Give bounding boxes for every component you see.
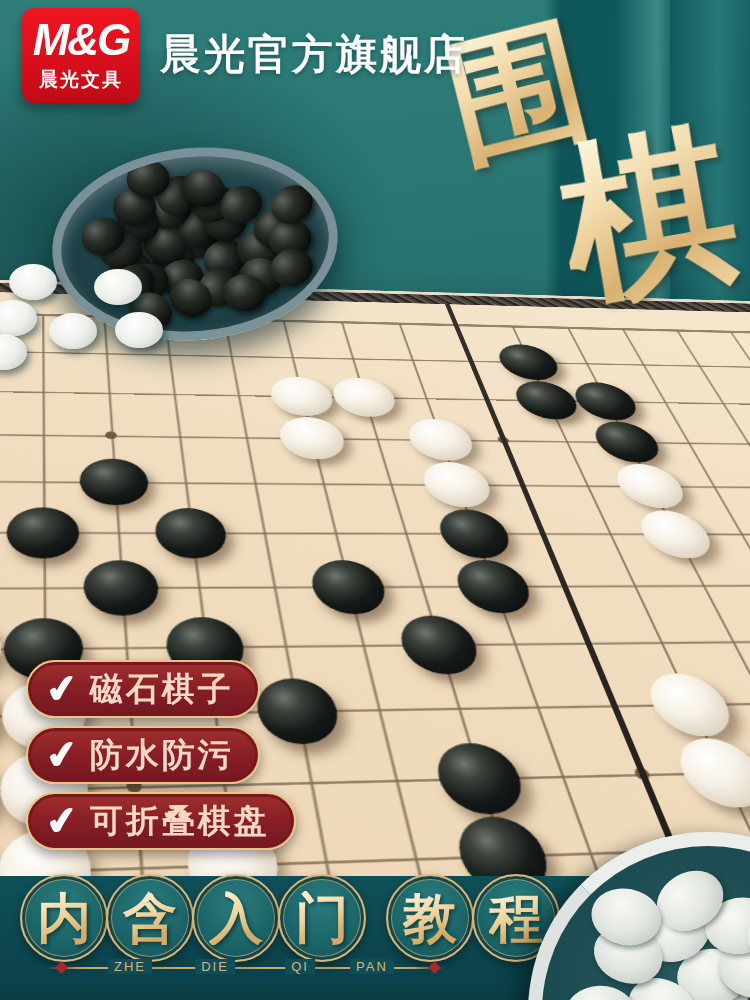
black-go-stone bbox=[306, 560, 390, 614]
white-go-stone bbox=[49, 313, 97, 349]
banner-circle: 入 bbox=[192, 874, 280, 962]
black-go-stone bbox=[154, 508, 231, 558]
white-go-stone bbox=[328, 378, 400, 418]
pinyin-die: DIE bbox=[195, 959, 235, 974]
banner-char: 含 bbox=[123, 891, 177, 945]
white-go-stone bbox=[9, 264, 57, 300]
black-go-stone bbox=[450, 560, 538, 613]
black-go-stone bbox=[433, 509, 517, 558]
pinyin-pan: PAN bbox=[350, 959, 394, 974]
brand-logo: M&G 晨光文具 bbox=[22, 8, 140, 103]
banner-circle: 教 bbox=[386, 874, 474, 962]
black-go-stone bbox=[509, 381, 584, 420]
logo-sub-text: 晨光文具 bbox=[39, 67, 123, 93]
star-point bbox=[105, 432, 117, 440]
banner-circle: 门 bbox=[278, 874, 366, 962]
white-go-stone bbox=[669, 738, 750, 809]
white-go-stone bbox=[632, 510, 720, 558]
white-go-stone bbox=[115, 312, 163, 348]
feature-label: 可折叠棋盘 bbox=[90, 799, 270, 844]
feature-label: 磁石棋子 bbox=[90, 667, 234, 712]
banner-char: 门 bbox=[295, 891, 349, 945]
black-go-stone bbox=[493, 344, 565, 381]
feature-badge-magnetic: ✔ 磁石棋子 bbox=[26, 660, 260, 718]
store-title: 晨光官方旗舰店 bbox=[160, 27, 468, 82]
black-go-stone bbox=[127, 160, 171, 197]
black-go-stone bbox=[588, 421, 668, 462]
feature-badge-foldable: ✔ 可折叠棋盘 bbox=[26, 792, 296, 850]
pinyin-qi: QI bbox=[285, 959, 315, 974]
product-page: 围 棋 M&G 晨光文具 晨光官方旗舰店 ✔ 磁石棋子 ✔ 防水防污 ✔ 可折叠… bbox=[0, 0, 750, 1000]
banner-char: 教 bbox=[403, 891, 457, 945]
black-go-stone bbox=[568, 382, 645, 421]
black-go-stone bbox=[252, 678, 343, 745]
banner-circle: 含 bbox=[106, 874, 194, 962]
banner-char: 内 bbox=[37, 891, 91, 945]
banner-char: 程 bbox=[489, 891, 543, 945]
white-go-stone bbox=[609, 464, 693, 508]
checkmark-icon: ✔ bbox=[44, 800, 81, 842]
black-go-stone bbox=[79, 459, 150, 506]
white-go-stone bbox=[267, 376, 337, 416]
white-go-stone bbox=[417, 462, 497, 507]
white-go-stone bbox=[639, 673, 741, 737]
logo-mg-text: M&G bbox=[33, 18, 130, 62]
black-go-stone bbox=[83, 560, 161, 616]
feature-badge-waterproof: ✔ 防水防污 bbox=[26, 726, 260, 784]
white-go-stone bbox=[94, 269, 142, 305]
banner-circle: 内 bbox=[20, 874, 108, 962]
feature-label: 防水防污 bbox=[90, 733, 234, 778]
black-go-stone bbox=[6, 507, 80, 558]
hero-char-qi: 棋 bbox=[548, 114, 747, 313]
white-go-stone bbox=[0, 618, 2, 680]
checkmark-icon: ✔ bbox=[44, 734, 81, 776]
black-go-stone bbox=[429, 742, 530, 815]
white-go-stone bbox=[275, 417, 348, 460]
checkmark-icon: ✔ bbox=[44, 668, 81, 710]
white-go-stone bbox=[403, 419, 479, 461]
black-go-stone bbox=[394, 615, 485, 674]
pinyin-zhe: ZHE bbox=[108, 959, 152, 974]
white-go-stone bbox=[564, 985, 635, 1000]
banner-char: 入 bbox=[209, 891, 263, 945]
